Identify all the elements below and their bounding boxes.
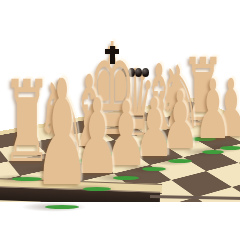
king-black-cross-finial: [110, 46, 115, 64]
pawn-glyph: ♟: [195, 70, 232, 152]
chess-set-photo: ♜♞♝♚♛♝♞♜♟♟♟♟♟♟♟: [0, 0, 240, 240]
pawn-glyph: ♟: [34, 61, 90, 207]
